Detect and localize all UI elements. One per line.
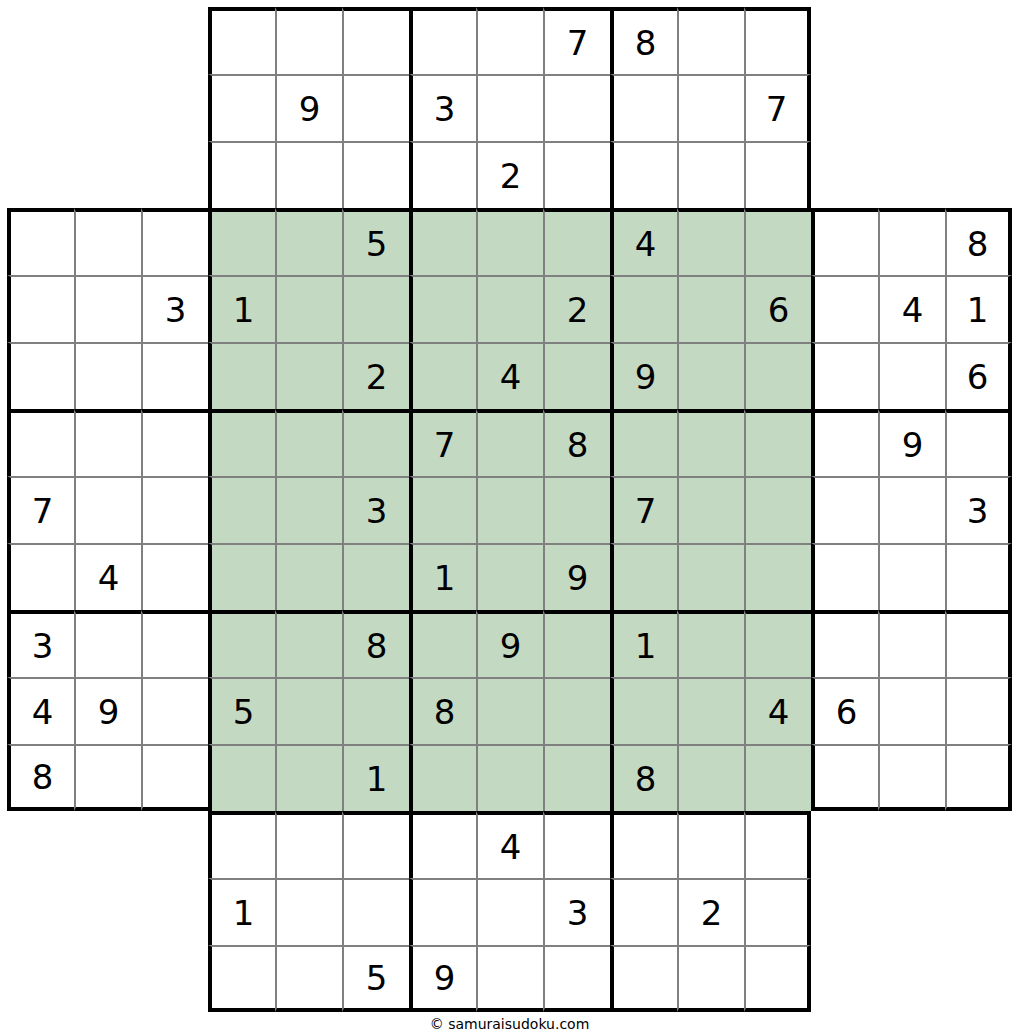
cell-r7-c10[interactable] — [610, 409, 677, 476]
outside-area — [74, 74, 141, 141]
cell-r15-c5[interactable] — [275, 945, 342, 1012]
cell-r9-c9: 9 — [543, 543, 610, 610]
cell-r9-c6[interactable] — [342, 543, 409, 610]
cell-r15-c6: 5 — [342, 945, 409, 1012]
outside-area — [945, 878, 1012, 945]
cell-r12-c4[interactable] — [208, 744, 275, 811]
cell-r3-c4[interactable] — [208, 141, 275, 208]
outside-area — [811, 74, 878, 141]
cell-r7-c9: 8 — [543, 409, 610, 476]
cell-r12-c3[interactable] — [141, 744, 208, 811]
cell-r11-c15[interactable] — [945, 677, 1012, 744]
cell-r7-c6[interactable] — [342, 409, 409, 476]
cell-r11-c6[interactable] — [342, 677, 409, 744]
cell-r10-c9[interactable] — [543, 610, 610, 677]
cell-r7-c2[interactable] — [74, 409, 141, 476]
cell-r15-c8[interactable] — [476, 945, 543, 1012]
cell-r10-c11[interactable] — [677, 610, 744, 677]
cell-r14-c10[interactable] — [610, 878, 677, 945]
credit-text: © samuraisudoku.com — [7, 1016, 1012, 1032]
cell-r8-c3[interactable] — [141, 476, 208, 543]
outside-area — [945, 74, 1012, 141]
cell-r5-c8[interactable] — [476, 275, 543, 342]
cell-r6-c4[interactable] — [208, 342, 275, 409]
cell-r4-c1[interactable] — [7, 208, 74, 275]
outside-area — [7, 811, 74, 878]
cell-r10-c6: 8 — [342, 610, 409, 677]
cell-r13-c6[interactable] — [342, 811, 409, 878]
cell-r6-c13[interactable] — [811, 342, 878, 409]
cell-r15-c4[interactable] — [208, 945, 275, 1012]
cell-r15-c7: 9 — [409, 945, 476, 1012]
cell-r8-c15: 3 — [945, 476, 1012, 543]
cell-r9-c10[interactable] — [610, 543, 677, 610]
cell-r1-c4[interactable] — [208, 7, 275, 74]
cell-r12-c6: 1 — [342, 744, 409, 811]
cell-r11-c2: 9 — [74, 677, 141, 744]
cell-r5-c4: 1 — [208, 275, 275, 342]
cell-r10-c10: 1 — [610, 610, 677, 677]
cell-r12-c2[interactable] — [74, 744, 141, 811]
cell-r3-c7[interactable] — [409, 141, 476, 208]
cell-r6-c10: 9 — [610, 342, 677, 409]
cell-r11-c8[interactable] — [476, 677, 543, 744]
cell-r7-c13[interactable] — [811, 409, 878, 476]
cell-r13-c9[interactable] — [543, 811, 610, 878]
cell-r10-c14[interactable] — [878, 610, 945, 677]
cell-r5-c14: 4 — [878, 275, 945, 342]
cell-r3-c8: 2 — [476, 141, 543, 208]
cell-r7-c5[interactable] — [275, 409, 342, 476]
cell-r10-c2[interactable] — [74, 610, 141, 677]
cell-r9-c1[interactable] — [7, 543, 74, 610]
cell-r1-c6[interactable] — [342, 7, 409, 74]
outside-area — [811, 811, 878, 878]
cell-r11-c10[interactable] — [610, 677, 677, 744]
cell-r5-c9: 2 — [543, 275, 610, 342]
cell-r2-c9[interactable] — [543, 74, 610, 141]
outside-area — [7, 141, 74, 208]
cell-r14-c12[interactable] — [744, 878, 811, 945]
cell-r8-c7[interactable] — [409, 476, 476, 543]
cell-r10-c15[interactable] — [945, 610, 1012, 677]
cell-r7-c8[interactable] — [476, 409, 543, 476]
cell-r14-c8[interactable] — [476, 878, 543, 945]
cell-r2-c8[interactable] — [476, 74, 543, 141]
cell-r6-c14[interactable] — [878, 342, 945, 409]
cell-r9-c8[interactable] — [476, 543, 543, 610]
cell-r8-c10: 7 — [610, 476, 677, 543]
cell-r13-c7[interactable] — [409, 811, 476, 878]
cell-r15-c12[interactable] — [744, 945, 811, 1012]
outside-area — [811, 141, 878, 208]
cell-r5-c5[interactable] — [275, 275, 342, 342]
cell-r2-c11[interactable] — [677, 74, 744, 141]
cell-r12-c9[interactable] — [543, 744, 610, 811]
cell-r13-c5[interactable] — [275, 811, 342, 878]
cell-r6-c5[interactable] — [275, 342, 342, 409]
cell-r14-c11: 2 — [677, 878, 744, 945]
cell-r6-c2[interactable] — [74, 342, 141, 409]
cell-r4-c10: 4 — [610, 208, 677, 275]
cell-r6-c8: 4 — [476, 342, 543, 409]
cell-r11-c9[interactable] — [543, 677, 610, 744]
cell-r11-c11[interactable] — [677, 677, 744, 744]
cell-r8-c6: 3 — [342, 476, 409, 543]
cell-r11-c13: 6 — [811, 677, 878, 744]
cell-r3-c6[interactable] — [342, 141, 409, 208]
cell-r1-c9: 7 — [543, 7, 610, 74]
cell-r7-c3[interactable] — [141, 409, 208, 476]
cell-r12-c1: 8 — [7, 744, 74, 811]
cell-r4-c15: 8 — [945, 208, 1012, 275]
cell-r11-c7: 8 — [409, 677, 476, 744]
cell-r1-c8[interactable] — [476, 7, 543, 74]
cell-r1-c12[interactable] — [744, 7, 811, 74]
cell-r15-c10[interactable] — [610, 945, 677, 1012]
outside-area — [811, 878, 878, 945]
outside-area — [141, 7, 208, 74]
cell-r4-c8[interactable] — [476, 208, 543, 275]
cell-r9-c11[interactable] — [677, 543, 744, 610]
cell-r9-c13[interactable] — [811, 543, 878, 610]
cell-r10-c8: 9 — [476, 610, 543, 677]
cell-r6-c9[interactable] — [543, 342, 610, 409]
cell-r3-c11[interactable] — [677, 141, 744, 208]
cell-r8-c12[interactable] — [744, 476, 811, 543]
outside-area — [878, 7, 945, 74]
cell-r4-c7[interactable] — [409, 208, 476, 275]
cell-r6-c6: 2 — [342, 342, 409, 409]
cell-r9-c4[interactable] — [208, 543, 275, 610]
outside-area — [945, 945, 1012, 1012]
cell-r10-c12[interactable] — [744, 610, 811, 677]
outside-area — [878, 878, 945, 945]
sudoku-board: 7893725483126412496789737341938914958468… — [7, 7, 1012, 1012]
cell-r5-c2[interactable] — [74, 275, 141, 342]
cell-r1-c10: 8 — [610, 7, 677, 74]
cell-r8-c13[interactable] — [811, 476, 878, 543]
cell-r6-c12[interactable] — [744, 342, 811, 409]
cell-r13-c10[interactable] — [610, 811, 677, 878]
cell-r12-c10: 8 — [610, 744, 677, 811]
cell-r14-c4: 1 — [208, 878, 275, 945]
cell-r2-c6[interactable] — [342, 74, 409, 141]
cell-r15-c11[interactable] — [677, 945, 744, 1012]
cell-r12-c15[interactable] — [945, 744, 1012, 811]
cell-r4-c3[interactable] — [141, 208, 208, 275]
cell-r11-c5[interactable] — [275, 677, 342, 744]
cell-r6-c7[interactable] — [409, 342, 476, 409]
cell-r12-c7[interactable] — [409, 744, 476, 811]
outside-area — [74, 7, 141, 74]
cell-r13-c8: 4 — [476, 811, 543, 878]
outside-area — [878, 141, 945, 208]
cell-r8-c9[interactable] — [543, 476, 610, 543]
cell-r6-c15: 6 — [945, 342, 1012, 409]
cell-r13-c12[interactable] — [744, 811, 811, 878]
cell-r8-c14[interactable] — [878, 476, 945, 543]
outside-area — [878, 74, 945, 141]
cell-r5-c10[interactable] — [610, 275, 677, 342]
cell-r12-c12[interactable] — [744, 744, 811, 811]
cell-r4-c14[interactable] — [878, 208, 945, 275]
cell-r1-c7[interactable] — [409, 7, 476, 74]
cell-r5-c13[interactable] — [811, 275, 878, 342]
cell-r7-c15[interactable] — [945, 409, 1012, 476]
cell-r11-c3[interactable] — [141, 677, 208, 744]
cell-r2-c12: 7 — [744, 74, 811, 141]
cell-r7-c4[interactable] — [208, 409, 275, 476]
cell-r6-c11[interactable] — [677, 342, 744, 409]
cell-r4-c9[interactable] — [543, 208, 610, 275]
cell-r10-c1: 3 — [7, 610, 74, 677]
cell-r10-c7[interactable] — [409, 610, 476, 677]
outside-area — [141, 811, 208, 878]
outside-area — [811, 945, 878, 1012]
outside-area — [7, 74, 74, 141]
cell-r8-c2[interactable] — [74, 476, 141, 543]
cell-r7-c11[interactable] — [677, 409, 744, 476]
outside-area — [141, 945, 208, 1012]
cell-r1-c11[interactable] — [677, 7, 744, 74]
cell-r1-c5[interactable] — [275, 7, 342, 74]
outside-area — [141, 878, 208, 945]
cell-r14-c9: 3 — [543, 878, 610, 945]
cell-r14-c7[interactable] — [409, 878, 476, 945]
outside-area — [7, 945, 74, 1012]
outside-area — [811, 7, 878, 74]
cell-r2-c5: 9 — [275, 74, 342, 141]
cell-r8-c4[interactable] — [208, 476, 275, 543]
outside-area — [74, 141, 141, 208]
cell-r2-c10[interactable] — [610, 74, 677, 141]
cell-r11-c1: 4 — [7, 677, 74, 744]
cell-r11-c14[interactable] — [878, 677, 945, 744]
cell-r7-c1[interactable] — [7, 409, 74, 476]
outside-area — [7, 878, 74, 945]
cell-r15-c9[interactable] — [543, 945, 610, 1012]
outside-area — [141, 141, 208, 208]
cell-r7-c14: 9 — [878, 409, 945, 476]
outside-area — [74, 945, 141, 1012]
cell-r6-c3[interactable] — [141, 342, 208, 409]
cell-r4-c12[interactable] — [744, 208, 811, 275]
cell-r8-c8[interactable] — [476, 476, 543, 543]
cell-r4-c6: 5 — [342, 208, 409, 275]
cell-r2-c7: 3 — [409, 74, 476, 141]
cell-r4-c2[interactable] — [74, 208, 141, 275]
cell-r11-c12: 4 — [744, 677, 811, 744]
cell-r8-c1: 7 — [7, 476, 74, 543]
cell-r14-c6[interactable] — [342, 878, 409, 945]
outside-area — [74, 878, 141, 945]
cell-r12-c14[interactable] — [878, 744, 945, 811]
cell-r13-c4[interactable] — [208, 811, 275, 878]
outside-area — [141, 74, 208, 141]
cell-r9-c7: 1 — [409, 543, 476, 610]
cell-r3-c10[interactable] — [610, 141, 677, 208]
cell-r2-c4[interactable] — [208, 74, 275, 141]
outside-area — [74, 811, 141, 878]
cell-r3-c12[interactable] — [744, 141, 811, 208]
cell-r4-c13[interactable] — [811, 208, 878, 275]
cell-r10-c3[interactable] — [141, 610, 208, 677]
cell-r12-c8[interactable] — [476, 744, 543, 811]
outside-area — [878, 945, 945, 1012]
cell-r5-c1[interactable] — [7, 275, 74, 342]
cell-r9-c15[interactable] — [945, 543, 1012, 610]
outside-area — [945, 141, 1012, 208]
cell-r3-c9[interactable] — [543, 141, 610, 208]
outside-area — [7, 7, 74, 74]
cell-r5-c12: 6 — [744, 275, 811, 342]
cell-r10-c13[interactable] — [811, 610, 878, 677]
cell-r12-c11[interactable] — [677, 744, 744, 811]
page: 7893725483126412496789737341938914958468… — [0, 0, 1012, 1032]
cell-r4-c11[interactable] — [677, 208, 744, 275]
cell-r9-c14[interactable] — [878, 543, 945, 610]
cell-r9-c12[interactable] — [744, 543, 811, 610]
outside-area — [945, 811, 1012, 878]
cell-r9-c2: 4 — [74, 543, 141, 610]
cell-r5-c3: 3 — [141, 275, 208, 342]
cell-r4-c4[interactable] — [208, 208, 275, 275]
outside-area — [945, 7, 1012, 74]
cell-r3-c5[interactable] — [275, 141, 342, 208]
cell-r5-c6[interactable] — [342, 275, 409, 342]
cell-r9-c3[interactable] — [141, 543, 208, 610]
cell-r12-c13[interactable] — [811, 744, 878, 811]
cell-r11-c4: 5 — [208, 677, 275, 744]
cell-r8-c11[interactable] — [677, 476, 744, 543]
cell-r7-c7: 7 — [409, 409, 476, 476]
cell-r5-c11[interactable] — [677, 275, 744, 342]
cell-r6-c1[interactable] — [7, 342, 74, 409]
cell-r14-c5[interactable] — [275, 878, 342, 945]
cell-r8-c5[interactable] — [275, 476, 342, 543]
cell-r9-c5[interactable] — [275, 543, 342, 610]
cell-r10-c4[interactable] — [208, 610, 275, 677]
outside-area — [878, 811, 945, 878]
cell-r5-c7[interactable] — [409, 275, 476, 342]
cell-r5-c15: 1 — [945, 275, 1012, 342]
cell-r4-c5[interactable] — [275, 208, 342, 275]
cell-r10-c5[interactable] — [275, 610, 342, 677]
cell-r13-c11[interactable] — [677, 811, 744, 878]
cell-r12-c5[interactable] — [275, 744, 342, 811]
cell-r7-c12[interactable] — [744, 409, 811, 476]
